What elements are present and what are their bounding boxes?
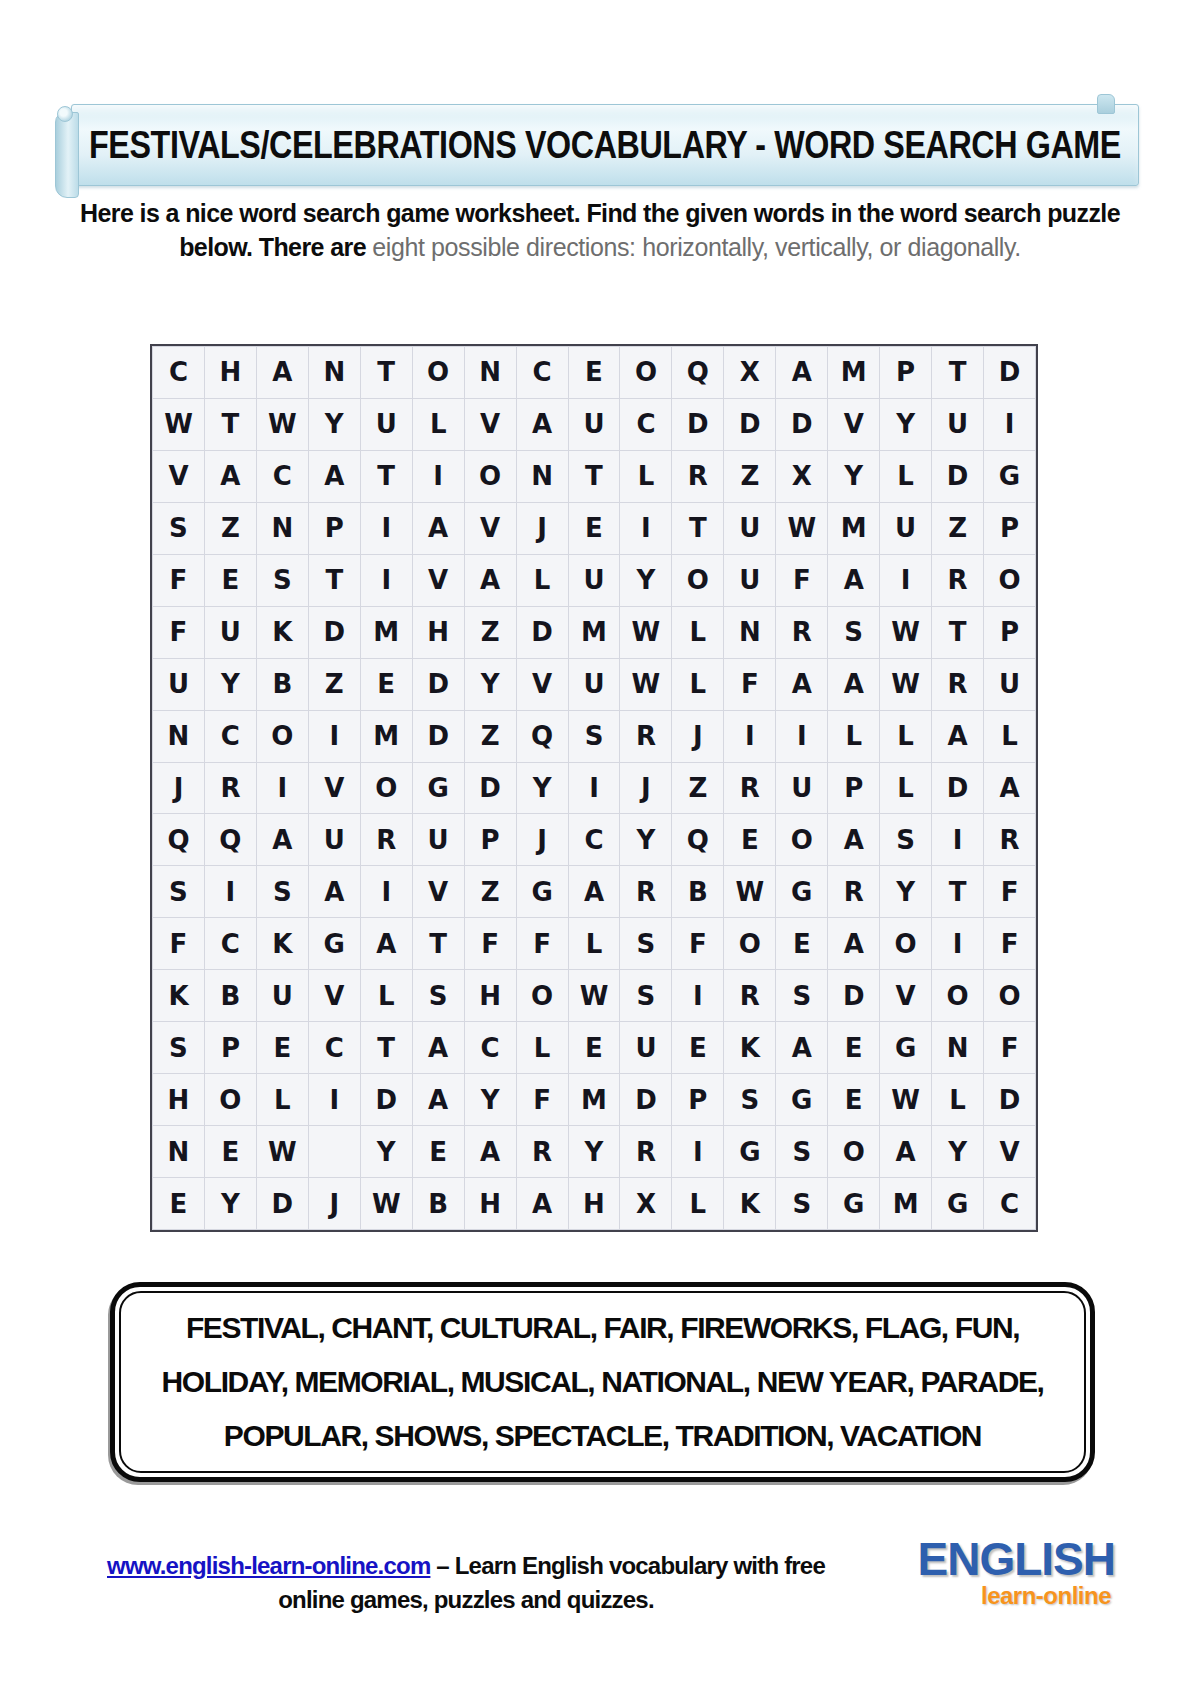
grid-cell[interactable]: A	[828, 918, 879, 969]
grid-cell[interactable]: L	[517, 555, 568, 606]
grid-cell[interactable]: T	[413, 918, 464, 969]
grid-cell[interactable]: O	[984, 555, 1035, 606]
grid-cell[interactable]: Z	[465, 711, 516, 762]
grid-cell[interactable]: Z	[205, 503, 256, 554]
grid-cell[interactable]: V	[984, 1126, 1035, 1177]
grid-cell[interactable]: N	[153, 711, 204, 762]
grid-cell[interactable]: X	[620, 1178, 671, 1229]
grid-cell[interactable]: W	[620, 659, 671, 710]
grid-cell[interactable]: E	[153, 1178, 204, 1229]
grid-cell[interactable]: V	[465, 399, 516, 450]
grid-cell[interactable]: Q	[672, 347, 723, 398]
grid-cell[interactable]: U	[361, 399, 412, 450]
grid-cell[interactable]: E	[569, 1022, 620, 1073]
grid-cell[interactable]: Y	[569, 1126, 620, 1177]
grid-cell[interactable]: T	[205, 399, 256, 450]
grid-cell[interactable]: U	[984, 659, 1035, 710]
grid-cell[interactable]: G	[776, 866, 827, 917]
grid-cell[interactable]: L	[828, 711, 879, 762]
grid-cell[interactable]: G	[828, 1178, 879, 1229]
grid-cell[interactable]: D	[309, 607, 360, 658]
grid-cell[interactable]: M	[569, 1074, 620, 1125]
grid-cell[interactable]: L	[361, 970, 412, 1021]
grid-cell[interactable]: F	[153, 555, 204, 606]
grid-cell[interactable]: I	[361, 503, 412, 554]
grid-cell[interactable]: O	[517, 970, 568, 1021]
grid-cell[interactable]: W	[620, 607, 671, 658]
grid-cell[interactable]: U	[153, 659, 204, 710]
grid-cell[interactable]: F	[724, 659, 775, 710]
grid-cell[interactable]: U	[932, 399, 983, 450]
grid-cell[interactable]: L	[413, 399, 464, 450]
grid-cell[interactable]: U	[257, 970, 308, 1021]
grid-cell[interactable]: J	[153, 763, 204, 814]
grid-cell[interactable]: S	[776, 1178, 827, 1229]
grid-cell[interactable]: F	[517, 918, 568, 969]
grid-cell[interactable]: G	[880, 1022, 931, 1073]
grid-cell[interactable]: A	[361, 918, 412, 969]
grid-cell[interactable]: F	[153, 918, 204, 969]
grid-cell[interactable]: I	[361, 555, 412, 606]
grid-cell[interactable]: M	[880, 1178, 931, 1229]
grid-cell[interactable]: G	[309, 918, 360, 969]
grid-cell[interactable]: N	[153, 1126, 204, 1177]
grid-cell[interactable]: I	[672, 1126, 723, 1177]
grid-cell[interactable]: O	[413, 347, 464, 398]
grid-cell[interactable]: Q	[205, 814, 256, 865]
grid-cell[interactable]: C	[257, 451, 308, 502]
grid-cell[interactable]: E	[205, 555, 256, 606]
grid-cell[interactable]: V	[309, 970, 360, 1021]
grid-cell[interactable]: C	[620, 399, 671, 450]
grid-cell[interactable]: C	[984, 1178, 1035, 1229]
banner-bar: FESTIVALS/CELEBRATIONS VOCABULARY - WORD…	[71, 104, 1139, 186]
grid-cell[interactable]: U	[569, 659, 620, 710]
grid-cell[interactable]: R	[620, 1126, 671, 1177]
grid-cell[interactable]: T	[569, 451, 620, 502]
grid-cell[interactable]: I	[984, 399, 1035, 450]
grid-cell[interactable]: R	[361, 814, 412, 865]
grid-cell[interactable]: U	[413, 814, 464, 865]
grid-cell[interactable]: W	[257, 1126, 308, 1177]
grid-cell[interactable]: D	[672, 399, 723, 450]
grid-cell[interactable]: D	[932, 763, 983, 814]
footer-tagline-line1: – Learn English vocabulary with free	[430, 1552, 825, 1579]
grid-cell[interactable]: C	[205, 711, 256, 762]
grid-cell[interactable]: T	[932, 607, 983, 658]
grid-cell[interactable]: I	[569, 763, 620, 814]
grid-cell[interactable]: A	[828, 555, 879, 606]
grid-cell[interactable]: U	[880, 503, 931, 554]
grid-cell[interactable]: R	[517, 1126, 568, 1177]
grid-cell[interactable]: U	[776, 763, 827, 814]
grid-cell[interactable]: Y	[361, 1126, 412, 1177]
grid-cell[interactable]: E	[205, 1126, 256, 1177]
grid-cell[interactable]: A	[932, 711, 983, 762]
grid-cell[interactable]: D	[361, 1074, 412, 1125]
grid-cell[interactable]: S	[257, 866, 308, 917]
grid-cell[interactable]: C	[309, 1022, 360, 1073]
grid-cell[interactable]: S	[880, 814, 931, 865]
grid-cell[interactable]: N	[257, 503, 308, 554]
grid-cell[interactable]: R	[620, 866, 671, 917]
grid-cell[interactable]: H	[205, 347, 256, 398]
grid-cell[interactable]: I	[932, 918, 983, 969]
grid-cell[interactable]: N	[517, 451, 568, 502]
grid-cell[interactable]: K	[724, 1022, 775, 1073]
grid-cell[interactable]: E	[828, 1074, 879, 1125]
grid-cell[interactable]: L	[257, 1074, 308, 1125]
grid-cell[interactable]: I	[776, 711, 827, 762]
grid-cell[interactable]: W	[361, 1178, 412, 1229]
footer-link[interactable]: www.english-learn-online.com	[107, 1552, 430, 1579]
grid-cell[interactable]: O	[828, 1126, 879, 1177]
grid-cell[interactable]: T	[361, 451, 412, 502]
grid-cell[interactable]: P	[984, 503, 1035, 554]
grid-cell[interactable]: Y	[620, 555, 671, 606]
grid-cell[interactable]: C	[569, 814, 620, 865]
grid-cell[interactable]: E	[724, 814, 775, 865]
word-list-line: HOLIDAY, MEMORIAL, MUSICAL, NATIONAL, NE…	[162, 1355, 1044, 1409]
grid-cell[interactable]: V	[153, 451, 204, 502]
grid-cell[interactable]: F	[776, 555, 827, 606]
grid-cell[interactable]: H	[413, 607, 464, 658]
grid-cell[interactable]: Y	[880, 866, 931, 917]
grid-cell[interactable]: K	[724, 1178, 775, 1229]
grid-cell[interactable]: H	[153, 1074, 204, 1125]
grid-cell[interactable]: D	[724, 399, 775, 450]
grid-cell[interactable]: O	[620, 347, 671, 398]
grid-cell[interactable]: E	[776, 918, 827, 969]
grid-cell[interactable]: M	[569, 607, 620, 658]
grid-cell[interactable]: O	[361, 763, 412, 814]
grid-cell[interactable]: D	[257, 1178, 308, 1229]
grid-cell[interactable]: L	[880, 451, 931, 502]
grid-cell[interactable]: A	[880, 1126, 931, 1177]
grid-cell[interactable]: V	[413, 555, 464, 606]
grid-cell[interactable]: R	[205, 763, 256, 814]
grid-cell[interactable]: M	[361, 607, 412, 658]
grid-cell[interactable]: S	[413, 970, 464, 1021]
grid-cell[interactable]: E	[361, 659, 412, 710]
grid-cell[interactable]: W	[257, 399, 308, 450]
grid-cell[interactable]: S	[724, 1074, 775, 1125]
grid-cell[interactable]: V	[465, 503, 516, 554]
grid-cell[interactable]: A	[257, 814, 308, 865]
grid-cell[interactable]: N	[932, 1022, 983, 1073]
grid-cell[interactable]: O	[205, 1074, 256, 1125]
instructions: Here is a nice word search game workshee…	[42, 196, 1158, 264]
grid-cell[interactable]: A	[205, 451, 256, 502]
grid-cell[interactable]: P	[828, 763, 879, 814]
grid-cell[interactable]: H	[465, 1178, 516, 1229]
grid-cell[interactable]: W	[153, 399, 204, 450]
grid-cell[interactable]: L	[672, 607, 723, 658]
grid-cell[interactable]: P	[465, 814, 516, 865]
grid-cell[interactable]: A	[413, 503, 464, 554]
grid-cell[interactable]: R	[828, 866, 879, 917]
grid-cell[interactable]: U	[569, 399, 620, 450]
grid-cell[interactable]: B	[413, 1178, 464, 1229]
grid-cell[interactable]: R	[672, 451, 723, 502]
grid-cell[interactable]: C	[153, 347, 204, 398]
scroll-curl-right	[1097, 94, 1115, 114]
grid-cell[interactable]: A	[984, 763, 1035, 814]
grid-cell[interactable]: D	[828, 970, 879, 1021]
grid-cell[interactable]: C	[517, 347, 568, 398]
worksheet-page: FESTIVALS/CELEBRATIONS VOCABULARY - WORD…	[0, 0, 1200, 1700]
grid-cell[interactable]: Y	[465, 659, 516, 710]
grid-cell[interactable]: F	[672, 918, 723, 969]
grid-cell[interactable]: G	[776, 1074, 827, 1125]
grid-cell[interactable]: W	[724, 866, 775, 917]
grid-cell[interactable]: Z	[724, 451, 775, 502]
grid-cell[interactable]: I	[205, 866, 256, 917]
grid-cell[interactable]: E	[569, 347, 620, 398]
grid-cell[interactable]: V	[413, 866, 464, 917]
grid-cell[interactable]: Y	[932, 1126, 983, 1177]
grid-cell[interactable]: T	[672, 503, 723, 554]
grid-cell[interactable]: H	[569, 1178, 620, 1229]
grid-cell[interactable]: N	[309, 347, 360, 398]
grid-cell[interactable]: K	[257, 607, 308, 658]
grid-cell[interactable]: B	[672, 866, 723, 917]
page-title: FESTIVALS/CELEBRATIONS VOCABULARY - WORD…	[89, 124, 1121, 167]
grid-cell[interactable]: N	[724, 607, 775, 658]
grid-cell[interactable]: T	[361, 1022, 412, 1073]
grid-cell[interactable]: O	[257, 711, 308, 762]
grid-cell[interactable]: L	[569, 918, 620, 969]
grid-cell[interactable]: A	[776, 659, 827, 710]
grid-cell[interactable]: S	[776, 1126, 827, 1177]
grid-cell[interactable]: D	[984, 1074, 1035, 1125]
grid-cell[interactable]: U	[724, 555, 775, 606]
grid-cell[interactable]: S	[153, 866, 204, 917]
grid-cell[interactable]: J	[620, 763, 671, 814]
grid-cell[interactable]: L	[672, 1178, 723, 1229]
grid-cell[interactable]: A	[517, 399, 568, 450]
grid-cell[interactable]: S	[569, 711, 620, 762]
grid-cell[interactable]: S	[620, 918, 671, 969]
grid-cell[interactable]: T	[932, 866, 983, 917]
grid-cell[interactable]: Z	[465, 607, 516, 658]
grid-cell[interactable]: R	[724, 970, 775, 1021]
grid-cell[interactable]: L	[517, 1022, 568, 1073]
grid-cell[interactable]: L	[932, 1074, 983, 1125]
grid-cell[interactable]: Q	[672, 814, 723, 865]
grid-cell[interactable]: J	[517, 814, 568, 865]
grid-cell[interactable]: R	[724, 763, 775, 814]
grid-cell[interactable]: Y	[517, 763, 568, 814]
grid-cell[interactable]: G	[932, 1178, 983, 1229]
grid-cell[interactable]: Y	[620, 814, 671, 865]
grid-cell[interactable]: A	[776, 1022, 827, 1073]
grid-cell[interactable]: R	[776, 607, 827, 658]
grid-cell[interactable]: Q	[153, 814, 204, 865]
grid-cell[interactable]: A	[569, 866, 620, 917]
grid-cell[interactable]: A	[465, 1126, 516, 1177]
grid-cell[interactable]: D	[620, 1074, 671, 1125]
grid-cell[interactable]: I	[672, 970, 723, 1021]
grid-cell[interactable]: J	[309, 1178, 360, 1229]
grid-cell[interactable]: F	[517, 1074, 568, 1125]
grid-cell[interactable]: O	[776, 814, 827, 865]
grid-cell[interactable]: G	[724, 1126, 775, 1177]
grid-cell[interactable]: S	[257, 555, 308, 606]
grid-cell[interactable]: D	[413, 659, 464, 710]
grid-cell[interactable]: V	[517, 659, 568, 710]
grid-cell[interactable]: M	[828, 347, 879, 398]
grid-cell[interactable]: T	[309, 555, 360, 606]
grid-cell[interactable]: A	[309, 866, 360, 917]
grid-cell[interactable]: Z	[465, 866, 516, 917]
grid-cell[interactable]: Z	[672, 763, 723, 814]
grid-cell[interactable]: D	[465, 763, 516, 814]
grid-cell[interactable]: F	[984, 918, 1035, 969]
grid-cell[interactable]: Z	[309, 659, 360, 710]
grid-cell[interactable]: D	[776, 399, 827, 450]
grid-cell[interactable]: G	[413, 763, 464, 814]
grid-cell[interactable]: S	[828, 607, 879, 658]
grid-cell[interactable]: T	[361, 347, 412, 398]
grid-cell[interactable]: Y	[880, 399, 931, 450]
grid-cell[interactable]: I	[620, 503, 671, 554]
grid-cell[interactable]: N	[465, 347, 516, 398]
grid-cell[interactable]: W	[880, 659, 931, 710]
grid-cell[interactable]: O	[932, 970, 983, 1021]
grid-cell[interactable]: L	[620, 451, 671, 502]
grid-cell[interactable]: T	[932, 347, 983, 398]
grid-cell[interactable]: R	[984, 814, 1035, 865]
grid-cell[interactable]: I	[413, 451, 464, 502]
grid-cell[interactable]: B	[257, 659, 308, 710]
grid-cell[interactable]: P	[205, 1022, 256, 1073]
grid-cell[interactable]: W	[569, 970, 620, 1021]
grid-cell[interactable]: F	[984, 866, 1035, 917]
grid-cell[interactable]: R	[932, 659, 983, 710]
grid-cell[interactable]: E	[569, 503, 620, 554]
grid-cell[interactable]: B	[205, 970, 256, 1021]
grid-cell[interactable]: Y	[828, 451, 879, 502]
grid-cell[interactable]: J	[517, 503, 568, 554]
grid-cell[interactable]: X	[776, 451, 827, 502]
grid-cell[interactable]: G	[984, 451, 1035, 502]
scroll-curl-knot	[57, 106, 73, 122]
grid-cell[interactable]: D	[413, 711, 464, 762]
grid-cell[interactable]: E	[672, 1022, 723, 1073]
grid-cell[interactable]: O	[984, 970, 1035, 1021]
grid-cell[interactable]: E	[413, 1126, 464, 1177]
grid-cell[interactable]: C	[465, 1022, 516, 1073]
grid-cell[interactable]: L	[672, 659, 723, 710]
grid-cell[interactable]: P	[880, 347, 931, 398]
grid-cell[interactable]: I	[257, 763, 308, 814]
grid-cell[interactable]	[309, 1126, 360, 1177]
grid-cell[interactable]: J	[672, 711, 723, 762]
grid-cell[interactable]: P	[309, 503, 360, 554]
grid-cell[interactable]: M	[828, 503, 879, 554]
grid-cell[interactable]: K	[153, 970, 204, 1021]
grid-cell[interactable]: Y	[205, 659, 256, 710]
grid-cell[interactable]: U	[569, 555, 620, 606]
grid-cell[interactable]: A	[413, 1074, 464, 1125]
grid-cell[interactable]: E	[828, 1022, 879, 1073]
grid-cell[interactable]: Y	[205, 1178, 256, 1229]
grid-cell[interactable]: A	[776, 347, 827, 398]
grid-cell[interactable]: O	[880, 918, 931, 969]
grid-cell[interactable]: X	[724, 347, 775, 398]
grid-cell[interactable]: W	[880, 1074, 931, 1125]
grid-cell[interactable]: E	[257, 1022, 308, 1073]
grid-cell[interactable]: W	[880, 607, 931, 658]
grid-cell[interactable]: W	[776, 503, 827, 554]
grid-cell[interactable]: I	[361, 866, 412, 917]
grid-cell[interactable]: U	[309, 814, 360, 865]
grid-cell[interactable]: F	[153, 607, 204, 658]
grid-cell[interactable]: Q	[517, 711, 568, 762]
grid-cell[interactable]: A	[257, 347, 308, 398]
grid-cell[interactable]: U	[620, 1022, 671, 1073]
grid-cell[interactable]: R	[932, 555, 983, 606]
grid-cell[interactable]: V	[309, 763, 360, 814]
grid-cell[interactable]: V	[880, 970, 931, 1021]
grid-cell[interactable]: M	[361, 711, 412, 762]
grid-cell[interactable]: O	[672, 555, 723, 606]
grid-cell[interactable]: H	[465, 970, 516, 1021]
grid-cell[interactable]: L	[984, 711, 1035, 762]
grid-cell[interactable]: O	[465, 451, 516, 502]
site-logo: ENGLISH learn-online	[915, 1536, 1115, 1608]
grid-cell[interactable]: O	[724, 918, 775, 969]
grid-cell[interactable]: F	[465, 918, 516, 969]
grid-cell[interactable]: Y	[465, 1074, 516, 1125]
grid-cell[interactable]: U	[205, 607, 256, 658]
grid-cell[interactable]: A	[465, 555, 516, 606]
grid-cell[interactable]: D	[932, 451, 983, 502]
grid-cell[interactable]: P	[984, 607, 1035, 658]
grid-cell[interactable]: D	[517, 607, 568, 658]
grid-cell[interactable]: G	[517, 866, 568, 917]
grid-cell[interactable]: I	[309, 711, 360, 762]
grid-cell[interactable]: A	[517, 1178, 568, 1229]
grid-cell[interactable]: S	[620, 970, 671, 1021]
grid-cell[interactable]: I	[880, 555, 931, 606]
word-list: FESTIVAL, CHANT, CULTURAL, FAIR, FIREWOR…	[119, 1291, 1086, 1473]
grid-cell[interactable]: I	[932, 814, 983, 865]
grid-cell[interactable]: A	[828, 659, 879, 710]
grid-cell[interactable]: I	[309, 1074, 360, 1125]
grid-cell[interactable]: F	[984, 1022, 1035, 1073]
grid-cell[interactable]: S	[153, 1022, 204, 1073]
grid-cell[interactable]: L	[880, 711, 931, 762]
grid-cell[interactable]: P	[672, 1074, 723, 1125]
grid-cell[interactable]: I	[724, 711, 775, 762]
grid-cell[interactable]: Z	[932, 503, 983, 554]
grid-cell[interactable]: A	[413, 1022, 464, 1073]
grid-cell[interactable]: V	[828, 399, 879, 450]
grid-cell[interactable]: K	[257, 918, 308, 969]
grid-cell[interactable]: D	[984, 347, 1035, 398]
grid-cell[interactable]: C	[205, 918, 256, 969]
grid-cell[interactable]: A	[828, 814, 879, 865]
grid-cell[interactable]: R	[620, 711, 671, 762]
grid-cell[interactable]: Y	[309, 399, 360, 450]
grid-cell[interactable]: S	[153, 503, 204, 554]
grid-cell[interactable]: S	[776, 970, 827, 1021]
grid-cell[interactable]: U	[724, 503, 775, 554]
grid-cell[interactable]: A	[309, 451, 360, 502]
grid-cell[interactable]: L	[880, 763, 931, 814]
